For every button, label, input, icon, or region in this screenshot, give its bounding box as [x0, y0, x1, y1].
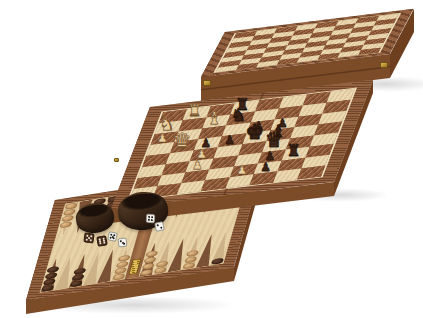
- die-pip: [160, 226, 162, 228]
- backgammon-checker-light: [182, 262, 195, 270]
- chess-board-hinge-clasp: [114, 158, 119, 162]
- backgammon-checker-dark: [211, 258, 224, 266]
- die-pip: [148, 216, 150, 218]
- backgammon-checker-dark: [71, 274, 84, 282]
- chess-grid: ♜♜♞♝♞♟♟♟♛♟♟♚♝♟♛♟♟♜♟♟: [127, 88, 357, 202]
- die-pip: [86, 239, 88, 241]
- die-pip: [90, 239, 92, 241]
- die-brown-2: [96, 235, 108, 247]
- backgammon-checker-dark: [45, 272, 58, 280]
- backgammon-checker-light: [117, 255, 130, 263]
- die-pip: [151, 216, 153, 218]
- die-white-2: [117, 237, 127, 247]
- die-pip: [123, 243, 125, 245]
- die-pip: [151, 219, 153, 221]
- die-pip: [113, 237, 115, 239]
- box-clasp-left: [203, 80, 211, 86]
- die-pip: [148, 219, 150, 221]
- shadow-under-backgammon: [28, 296, 238, 314]
- backgammon-checker-dark: [46, 266, 59, 274]
- die-pip: [113, 234, 115, 236]
- chess-piece-bR: ♜: [231, 88, 255, 113]
- chess-square: [225, 174, 253, 188]
- backgammon-checker-dark: [69, 280, 82, 288]
- box-checkerboard: [213, 13, 401, 73]
- backgammon-checker-light: [156, 260, 169, 268]
- box-clasp-right: [380, 62, 388, 68]
- die-pip: [90, 235, 92, 237]
- chess-square: [273, 169, 301, 183]
- backgammon-checker-light: [115, 261, 128, 269]
- die-white-4: [154, 221, 165, 232]
- die-pip: [103, 242, 105, 244]
- die-pip: [99, 242, 101, 244]
- chess-square: [177, 180, 205, 194]
- backgammon-checker-light: [114, 267, 127, 275]
- backgammon-checker-light: [112, 273, 125, 281]
- die-pip: [156, 224, 158, 226]
- shadow-under-chess: [290, 188, 390, 202]
- chess-square: [249, 171, 277, 185]
- die-white-1: [107, 231, 118, 242]
- die-brown-1: [83, 232, 94, 243]
- chess-square: [297, 166, 325, 180]
- chess-piece-wR: ♜: [183, 94, 207, 119]
- die-white-3: [146, 214, 156, 224]
- backgammon-checker-light: [140, 269, 153, 277]
- die-pip: [109, 237, 111, 239]
- product-photo-scene: ♜♜♞♝♞♟♟♟♛♟♟♚♝♟♛♟♟♜♟♟: [0, 0, 423, 318]
- backgammon-checker-light: [154, 266, 167, 274]
- backgammon-checker-dark: [41, 284, 54, 292]
